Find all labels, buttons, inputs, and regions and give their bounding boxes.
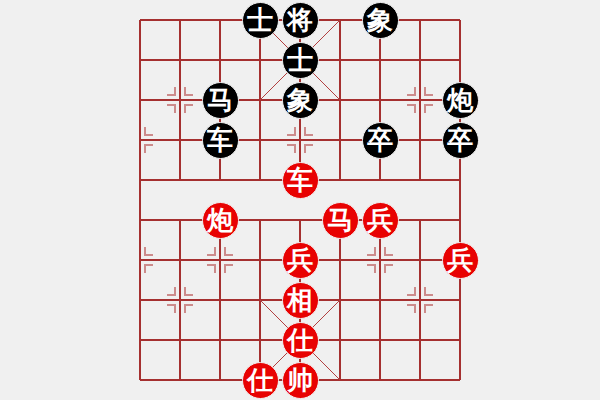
piece-red-soldier[interactable]: 兵 — [362, 202, 399, 239]
piece-black-elephant[interactable]: 象 — [282, 82, 319, 119]
xiangqi-board: 士将象士马象炮车卒卒车炮马兵兵兵相仕仕帅 — [120, 0, 480, 400]
piece-black-cannon[interactable]: 炮 — [442, 82, 479, 119]
piece-red-general[interactable]: 帅 — [282, 362, 319, 399]
piece-red-cannon[interactable]: 炮 — [202, 202, 239, 239]
piece-black-general[interactable]: 将 — [282, 2, 319, 39]
piece-red-horse[interactable]: 马 — [322, 202, 359, 239]
board-pieces-grid: 士将象士马象炮车卒卒车炮马兵兵兵相仕仕帅 — [120, 0, 480, 400]
piece-red-chariot[interactable]: 车 — [282, 162, 319, 199]
piece-red-advisor[interactable]: 仕 — [282, 322, 319, 359]
piece-red-soldier[interactable]: 兵 — [442, 242, 479, 279]
piece-red-elephant[interactable]: 相 — [282, 282, 319, 319]
piece-black-horse[interactable]: 马 — [202, 82, 239, 119]
piece-red-soldier[interactable]: 兵 — [282, 242, 319, 279]
piece-black-advisor[interactable]: 士 — [242, 2, 279, 39]
piece-black-elephant[interactable]: 象 — [362, 2, 399, 39]
piece-red-advisor[interactable]: 仕 — [242, 362, 279, 399]
piece-black-soldier[interactable]: 卒 — [442, 122, 479, 159]
piece-black-advisor[interactable]: 士 — [282, 42, 319, 79]
piece-black-chariot[interactable]: 车 — [202, 122, 239, 159]
xiangqi-app: 士将象士马象炮车卒卒车炮马兵兵兵相仕仕帅 — [0, 0, 600, 400]
piece-black-soldier[interactable]: 卒 — [362, 122, 399, 159]
